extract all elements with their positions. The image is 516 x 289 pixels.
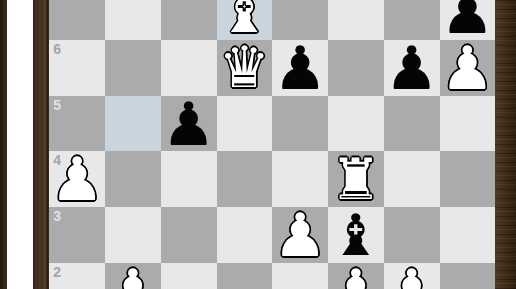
square-c6[interactable] <box>161 40 217 96</box>
white-pawn[interactable]: ♟ <box>384 263 440 289</box>
square-e2[interactable] <box>272 263 328 289</box>
square-f3[interactable]: ♝ <box>328 207 384 263</box>
square-c7[interactable] <box>161 0 217 40</box>
square-d3[interactable] <box>217 207 273 263</box>
square-f6[interactable] <box>328 40 384 96</box>
square-b7[interactable] <box>105 0 161 40</box>
white-queen[interactable]: ♛ <box>217 40 273 96</box>
square-b2[interactable]: ♟ <box>105 263 161 289</box>
square-a2[interactable]: 2 <box>49 263 105 289</box>
rank-coordinate-6: 6 <box>53 42 61 56</box>
wood-background-right <box>495 0 516 289</box>
square-h3[interactable] <box>440 207 496 263</box>
black-pawn[interactable]: ♟ <box>384 40 440 96</box>
square-f5[interactable] <box>328 96 384 152</box>
black-pawn[interactable]: ♟ <box>272 40 328 96</box>
square-f2[interactable]: ♟ <box>328 263 384 289</box>
white-pawn[interactable]: ♟ <box>272 207 328 263</box>
square-h4[interactable] <box>440 151 496 207</box>
square-d5[interactable] <box>217 96 273 152</box>
square-h6[interactable]: ♟ <box>440 40 496 96</box>
square-b3[interactable] <box>105 207 161 263</box>
square-g2[interactable]: ♟ <box>384 263 440 289</box>
white-edge-strip <box>7 0 33 289</box>
white-rook[interactable]: ♜ <box>328 151 384 207</box>
square-e3[interactable]: ♟ <box>272 207 328 263</box>
square-e5[interactable] <box>272 96 328 152</box>
square-b5[interactable] <box>105 96 161 152</box>
square-a7[interactable] <box>49 0 105 40</box>
black-pawn[interactable]: ♟ <box>161 96 217 152</box>
wood-background-left <box>33 0 49 289</box>
white-pawn[interactable]: ♟ <box>440 40 496 96</box>
square-f7[interactable] <box>328 0 384 40</box>
chess-thumbnail-stage: ♝♟6♛♟♟♟5♟4♟♜3♟♝2♟♟♟ <box>0 0 516 289</box>
square-f4[interactable]: ♜ <box>328 151 384 207</box>
square-c2[interactable] <box>161 263 217 289</box>
square-c4[interactable] <box>161 151 217 207</box>
rank-coordinate-2: 2 <box>53 265 61 279</box>
square-d4[interactable] <box>217 151 273 207</box>
rank-coordinate-5: 5 <box>53 98 61 112</box>
square-b4[interactable] <box>105 151 161 207</box>
square-g3[interactable] <box>384 207 440 263</box>
square-a3[interactable]: 3 <box>49 207 105 263</box>
square-g4[interactable] <box>384 151 440 207</box>
square-g6[interactable]: ♟ <box>384 40 440 96</box>
rank-coordinate-3: 3 <box>53 209 61 223</box>
square-d6[interactable]: ♛ <box>217 40 273 96</box>
chess-board[interactable]: ♝♟6♛♟♟♟5♟4♟♜3♟♝2♟♟♟ <box>49 0 495 289</box>
square-d2[interactable] <box>217 263 273 289</box>
square-a4[interactable]: 4♟ <box>49 151 105 207</box>
square-c3[interactable] <box>161 207 217 263</box>
white-pawn[interactable]: ♟ <box>328 263 384 289</box>
square-e6[interactable]: ♟ <box>272 40 328 96</box>
wood-background-left-outer <box>0 0 7 289</box>
square-b6[interactable] <box>105 40 161 96</box>
white-pawn[interactable]: ♟ <box>49 151 105 207</box>
square-g5[interactable] <box>384 96 440 152</box>
square-a6[interactable]: 6 <box>49 40 105 96</box>
square-h5[interactable] <box>440 96 496 152</box>
square-h2[interactable] <box>440 263 496 289</box>
square-c5[interactable]: ♟ <box>161 96 217 152</box>
white-pawn[interactable]: ♟ <box>105 263 161 289</box>
black-bishop[interactable]: ♝ <box>328 207 384 263</box>
square-a5[interactable]: 5 <box>49 96 105 152</box>
square-e4[interactable] <box>272 151 328 207</box>
